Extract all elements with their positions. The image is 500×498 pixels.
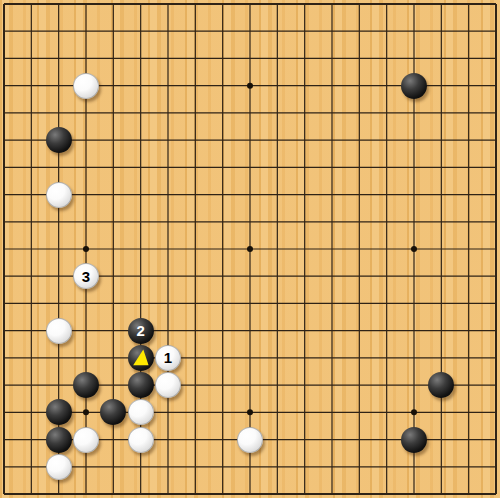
black-stone-fo[interactable] bbox=[128, 372, 154, 398]
board-grid-lines bbox=[0, 0, 500, 498]
star-point bbox=[411, 409, 417, 415]
black-stone-fn[interactable] bbox=[128, 345, 154, 371]
white-stone-dd[interactable] bbox=[73, 73, 99, 99]
white-stone-cr[interactable] bbox=[46, 454, 72, 480]
star-point bbox=[83, 246, 89, 252]
star-point bbox=[411, 246, 417, 252]
move-number-label: 3 bbox=[82, 269, 90, 284]
black-stone-cf[interactable] bbox=[46, 127, 72, 153]
star-point bbox=[247, 246, 253, 252]
triangle-marker bbox=[130, 347, 152, 369]
star-point bbox=[247, 83, 253, 89]
white-stone-fq[interactable] bbox=[128, 427, 154, 453]
white-stone-cm[interactable] bbox=[46, 318, 72, 344]
white-stone-fp[interactable] bbox=[128, 399, 154, 425]
black-stone-pd[interactable] bbox=[401, 73, 427, 99]
move-number-label: 2 bbox=[136, 323, 144, 338]
move-number-label: 1 bbox=[164, 350, 172, 365]
black-stone-pq[interactable] bbox=[401, 427, 427, 453]
black-stone-cp[interactable] bbox=[46, 399, 72, 425]
white-stone-dq[interactable] bbox=[73, 427, 99, 453]
star-point bbox=[247, 409, 253, 415]
go-app-window: 231 bbox=[0, 0, 500, 498]
white-stone-ch[interactable] bbox=[46, 182, 72, 208]
go-board[interactable]: 231 bbox=[0, 0, 500, 498]
white-stone-gn[interactable]: 1 bbox=[155, 345, 181, 371]
black-stone-do[interactable] bbox=[73, 372, 99, 398]
white-stone-jq[interactable] bbox=[237, 427, 263, 453]
black-stone-fm[interactable]: 2 bbox=[128, 318, 154, 344]
star-point bbox=[83, 409, 89, 415]
black-stone-cq[interactable] bbox=[46, 427, 72, 453]
white-stone-go[interactable] bbox=[155, 372, 181, 398]
